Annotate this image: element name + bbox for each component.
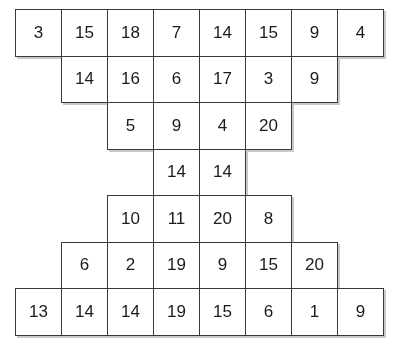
- cell-r6c4[interactable]: 19: [153, 242, 200, 290]
- puzzle-page: 3151871415941416617395942014141011208621…: [0, 0, 400, 354]
- cell-r4c5[interactable]: 14: [199, 149, 246, 197]
- cell-r7c5[interactable]: 15: [199, 288, 246, 336]
- cell-r7c2[interactable]: 14: [61, 288, 108, 336]
- cell-r7c7[interactable]: 1: [291, 288, 338, 336]
- cell-r7c1[interactable]: 13: [15, 288, 62, 336]
- cell-r6c5[interactable]: 9: [199, 242, 246, 290]
- cell-r6c3[interactable]: 2: [107, 242, 154, 290]
- cell-r1c6[interactable]: 15: [245, 9, 292, 57]
- cell-r1c8[interactable]: 4: [337, 9, 384, 57]
- cell-r2c5[interactable]: 17: [199, 56, 246, 104]
- cell-r5c6[interactable]: 8: [245, 195, 292, 243]
- cell-r1c5[interactable]: 14: [199, 9, 246, 57]
- cell-r1c1[interactable]: 3: [15, 9, 62, 57]
- puzzle-board: 3151871415941416617395942014141011208621…: [15, 9, 384, 336]
- cell-r7c4[interactable]: 19: [153, 288, 200, 336]
- cell-r7c3[interactable]: 14: [107, 288, 154, 336]
- cell-r6c7[interactable]: 20: [291, 242, 338, 290]
- cell-r1c4[interactable]: 7: [153, 9, 200, 57]
- cell-r2c7[interactable]: 9: [291, 56, 338, 104]
- cell-r3c6[interactable]: 20: [245, 102, 292, 150]
- cell-r7c8[interactable]: 9: [337, 288, 384, 336]
- cell-r2c2[interactable]: 14: [61, 56, 108, 104]
- cell-r3c5[interactable]: 4: [199, 102, 246, 150]
- cell-r2c3[interactable]: 16: [107, 56, 154, 104]
- cell-r2c6[interactable]: 3: [245, 56, 292, 104]
- cell-r5c5[interactable]: 20: [199, 195, 246, 243]
- cell-r7c6[interactable]: 6: [245, 288, 292, 336]
- cell-r6c6[interactable]: 15: [245, 242, 292, 290]
- cell-r2c4[interactable]: 6: [153, 56, 200, 104]
- cell-r4c4[interactable]: 14: [153, 149, 200, 197]
- cell-r1c2[interactable]: 15: [61, 9, 108, 57]
- cell-r3c3[interactable]: 5: [107, 102, 154, 150]
- cell-r1c7[interactable]: 9: [291, 9, 338, 57]
- cell-r6c2[interactable]: 6: [61, 242, 108, 290]
- cell-r5c3[interactable]: 10: [107, 195, 154, 243]
- cell-r5c4[interactable]: 11: [153, 195, 200, 243]
- cell-r3c4[interactable]: 9: [153, 102, 200, 150]
- cell-r1c3[interactable]: 18: [107, 9, 154, 57]
